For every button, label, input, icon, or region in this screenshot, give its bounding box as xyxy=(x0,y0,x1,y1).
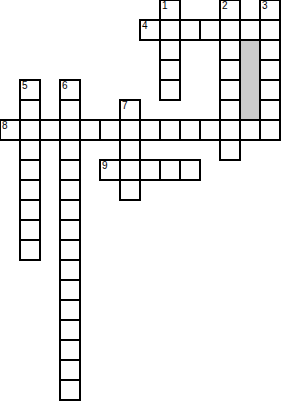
grid-cell[interactable] xyxy=(259,119,281,141)
grid-cell[interactable]: 9 xyxy=(99,159,121,181)
grid-cell[interactable] xyxy=(19,179,41,201)
grid-cell[interactable]: 5 xyxy=(19,79,41,101)
grid-cell[interactable] xyxy=(239,119,261,141)
grid-cell[interactable]: 7 xyxy=(119,99,141,121)
grid-cell[interactable] xyxy=(259,99,281,121)
grid-cell[interactable] xyxy=(19,199,41,221)
grid-cell[interactable] xyxy=(99,119,121,141)
grid-cell[interactable]: 6 xyxy=(59,79,81,101)
clue-number: 4 xyxy=(142,21,148,31)
grid-cell[interactable] xyxy=(219,59,241,81)
clue-number: 8 xyxy=(2,121,8,131)
grid-cell[interactable] xyxy=(59,339,81,361)
grid-cell[interactable] xyxy=(219,99,241,121)
crossword-board: 123456789 xyxy=(0,0,281,401)
grid-cell[interactable] xyxy=(119,179,141,201)
grid-cell[interactable] xyxy=(259,39,281,61)
grid-cell[interactable] xyxy=(59,299,81,321)
grid-cell[interactable] xyxy=(119,159,141,181)
grid-cell[interactable] xyxy=(79,119,101,141)
grid-cell[interactable] xyxy=(259,59,281,81)
grid-cell[interactable] xyxy=(259,79,281,101)
grid-cell[interactable] xyxy=(59,379,81,401)
clue-number: 7 xyxy=(122,101,128,111)
grid-cell[interactable] xyxy=(59,139,81,161)
grid-cell[interactable] xyxy=(219,119,241,141)
grid-cell[interactable] xyxy=(19,139,41,161)
grid-cell[interactable]: 4 xyxy=(139,19,161,41)
grid-cell[interactable] xyxy=(219,39,241,61)
grid-cell[interactable] xyxy=(19,219,41,241)
grid-cell[interactable]: 3 xyxy=(259,0,281,21)
clue-number: 9 xyxy=(102,161,108,171)
clue-number: 3 xyxy=(262,1,268,11)
grid-cell[interactable] xyxy=(179,19,201,41)
grid-cell[interactable] xyxy=(159,79,181,101)
grid-cell[interactable] xyxy=(219,19,241,41)
grid-cell[interactable] xyxy=(219,139,241,161)
clue-number: 5 xyxy=(22,81,28,91)
grid-cell[interactable] xyxy=(159,159,181,181)
grid-cell[interactable] xyxy=(39,119,61,141)
grid-cell[interactable] xyxy=(179,119,201,141)
grid-cell[interactable] xyxy=(59,119,81,141)
grid-cell[interactable] xyxy=(59,159,81,181)
grid-cell[interactable] xyxy=(139,119,161,141)
grid-cell[interactable]: 8 xyxy=(0,119,21,141)
grid-cell[interactable] xyxy=(59,179,81,201)
grid-cell[interactable] xyxy=(59,239,81,261)
grid-cell[interactable] xyxy=(259,19,281,41)
grid-cell[interactable]: 2 xyxy=(219,0,241,21)
grid-cell[interactable] xyxy=(59,359,81,381)
grid-cell[interactable] xyxy=(19,119,41,141)
grid-cell[interactable] xyxy=(59,199,81,221)
grid-cell[interactable] xyxy=(219,79,241,101)
grid-cell[interactable] xyxy=(239,19,261,41)
clue-number: 6 xyxy=(62,81,68,91)
grid-cell[interactable] xyxy=(199,19,221,41)
grid-cell[interactable] xyxy=(19,159,41,181)
grid-cell[interactable] xyxy=(119,119,141,141)
grid-cell[interactable] xyxy=(119,139,141,161)
grid-cell[interactable] xyxy=(59,259,81,281)
grid-cell[interactable] xyxy=(59,279,81,301)
grid-cell[interactable] xyxy=(159,59,181,81)
grid-cell[interactable] xyxy=(59,99,81,121)
grid-cell[interactable] xyxy=(59,219,81,241)
grid-cell[interactable] xyxy=(159,19,181,41)
grid-cell[interactable] xyxy=(139,159,161,181)
grid-cell[interactable] xyxy=(159,39,181,61)
grid-cell[interactable] xyxy=(19,99,41,121)
grid-cell[interactable] xyxy=(19,239,41,261)
clue-number: 2 xyxy=(222,1,228,11)
clue-number: 1 xyxy=(162,1,168,11)
shaded-column-block xyxy=(239,39,261,121)
grid-cell[interactable] xyxy=(179,159,201,181)
grid-cell[interactable]: 1 xyxy=(159,0,181,21)
grid-cell[interactable] xyxy=(159,119,181,141)
grid-cell[interactable] xyxy=(59,319,81,341)
grid-cell[interactable] xyxy=(199,119,221,141)
